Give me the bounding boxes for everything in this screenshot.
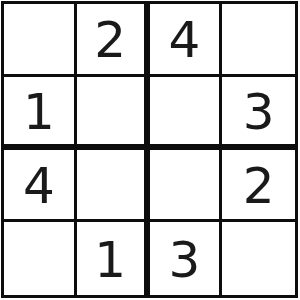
cell-r2c1[interactable]: 1 [4, 77, 77, 150]
cell-r2c3[interactable] [150, 77, 223, 150]
cell-r4c4[interactable] [222, 222, 295, 295]
cell-r3c4[interactable]: 2 [222, 150, 295, 223]
cell-r1c1[interactable] [4, 4, 77, 77]
sudoku-board: 24134213 [1, 1, 298, 298]
cell-r1c4[interactable] [222, 4, 295, 77]
cell-r4c2[interactable]: 1 [77, 222, 150, 295]
cell-r4c1[interactable] [4, 222, 77, 295]
cell-r2c4[interactable]: 3 [222, 77, 295, 150]
cell-r3c2[interactable] [77, 150, 150, 223]
cell-r2c2[interactable] [77, 77, 150, 150]
cell-r1c2[interactable]: 2 [77, 4, 150, 77]
cell-r1c3[interactable]: 4 [150, 4, 223, 77]
cell-r3c1[interactable]: 4 [4, 150, 77, 223]
cell-r4c3[interactable]: 3 [150, 222, 223, 295]
cell-r3c3[interactable] [150, 150, 223, 223]
sudoku-page: 24134213 [0, 0, 300, 300]
